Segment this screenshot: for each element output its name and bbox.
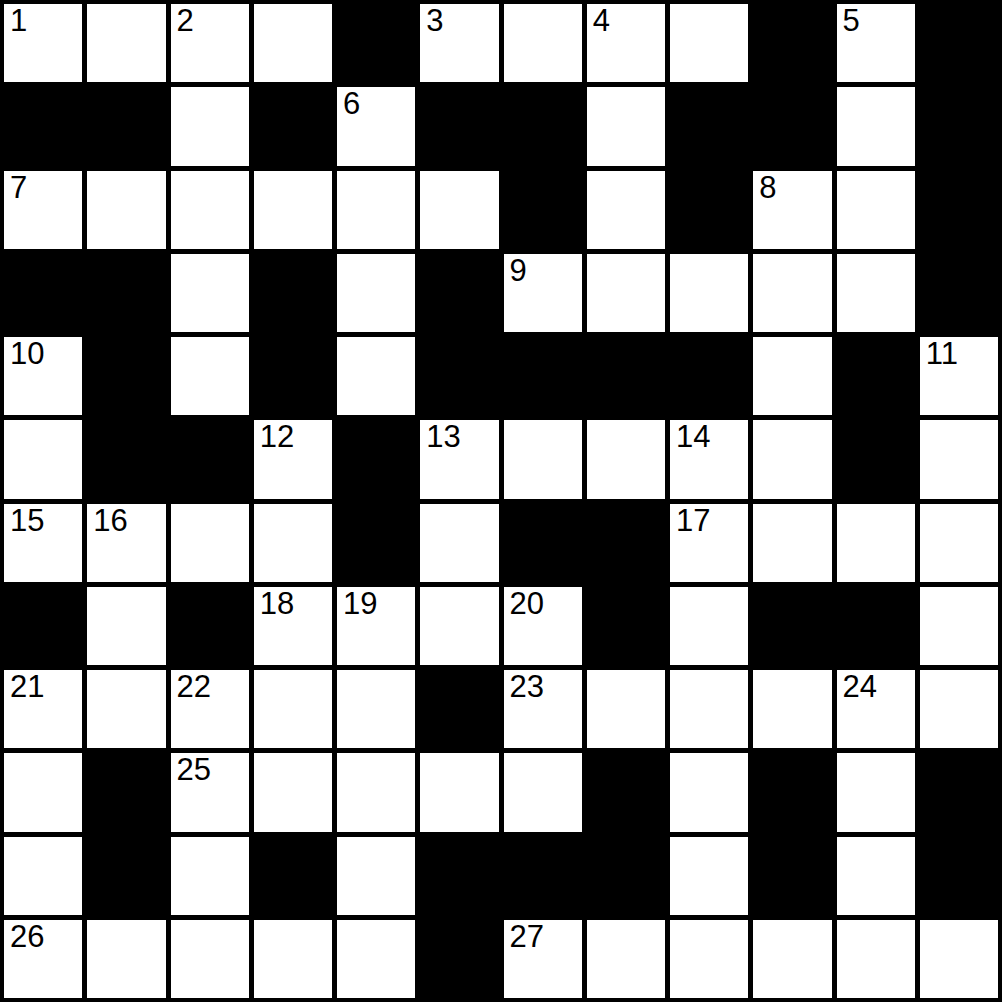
- clue-number: 15: [10, 503, 44, 539]
- black-cell: [920, 837, 998, 915]
- grid-cell[interactable]: [670, 837, 748, 915]
- grid-cell[interactable]: [254, 920, 332, 998]
- black-cell: [337, 504, 415, 582]
- black-cell: [87, 254, 165, 332]
- black-cell: [254, 254, 332, 332]
- black-cell: [420, 837, 498, 915]
- clue-number: 26: [10, 919, 44, 955]
- grid-cell[interactable]: [4, 753, 82, 831]
- grid-cell[interactable]: [420, 587, 498, 665]
- grid-cell[interactable]: 8: [753, 171, 831, 249]
- grid-cell[interactable]: [920, 920, 998, 998]
- black-cell: [837, 420, 915, 498]
- black-cell: [87, 337, 165, 415]
- grid-cell[interactable]: [670, 920, 748, 998]
- grid-cell[interactable]: [587, 420, 665, 498]
- grid-cell[interactable]: [837, 87, 915, 165]
- grid-cell[interactable]: [837, 920, 915, 998]
- grid-cell[interactable]: [254, 4, 332, 82]
- black-cell: [920, 87, 998, 165]
- grid-cell[interactable]: [420, 171, 498, 249]
- clue-number: 22: [177, 669, 211, 705]
- grid-cell[interactable]: [504, 4, 582, 82]
- grid-cell[interactable]: [337, 254, 415, 332]
- grid-cell[interactable]: [87, 670, 165, 748]
- grid-cell[interactable]: [920, 420, 998, 498]
- clue-number: 16: [93, 503, 127, 539]
- black-cell: [504, 337, 582, 415]
- grid-cell[interactable]: [753, 504, 831, 582]
- grid-cell[interactable]: [420, 504, 498, 582]
- black-cell: [587, 837, 665, 915]
- clue-number: 6: [343, 86, 360, 122]
- grid-cell[interactable]: 21: [4, 670, 82, 748]
- grid-cell[interactable]: [753, 420, 831, 498]
- grid-cell[interactable]: [171, 837, 249, 915]
- black-cell: [504, 837, 582, 915]
- black-cell: [837, 587, 915, 665]
- grid-cell[interactable]: [4, 837, 82, 915]
- grid-cell[interactable]: 15: [4, 504, 82, 582]
- black-cell: [587, 753, 665, 831]
- black-cell: [920, 171, 998, 249]
- grid-cell[interactable]: 20: [504, 587, 582, 665]
- clue-number: 21: [10, 669, 44, 705]
- clue-number: 20: [510, 586, 544, 622]
- grid-cell[interactable]: 3: [420, 4, 498, 82]
- black-cell: [420, 670, 498, 748]
- grid-cell[interactable]: [753, 337, 831, 415]
- grid-cell[interactable]: [753, 254, 831, 332]
- clue-number: 9: [510, 253, 527, 289]
- grid-cell[interactable]: [254, 504, 332, 582]
- grid-cell[interactable]: [920, 587, 998, 665]
- grid-cell[interactable]: [337, 753, 415, 831]
- grid-cell[interactable]: 1: [4, 4, 82, 82]
- grid-cell[interactable]: 24: [837, 670, 915, 748]
- clue-number: 14: [676, 419, 710, 455]
- grid-cell[interactable]: 13: [420, 420, 498, 498]
- grid-cell[interactable]: [171, 920, 249, 998]
- grid-cell[interactable]: 4: [587, 4, 665, 82]
- grid-cell[interactable]: [670, 753, 748, 831]
- black-cell: [837, 337, 915, 415]
- black-cell: [504, 504, 582, 582]
- black-cell: [4, 87, 82, 165]
- grid-cell[interactable]: 10: [4, 337, 82, 415]
- black-cell: [420, 920, 498, 998]
- grid-cell[interactable]: [254, 670, 332, 748]
- grid-cell[interactable]: 14: [670, 420, 748, 498]
- black-cell: [254, 337, 332, 415]
- black-cell: [87, 753, 165, 831]
- black-cell: [753, 4, 831, 82]
- grid-cell[interactable]: 9: [504, 254, 582, 332]
- grid-cell[interactable]: [504, 420, 582, 498]
- grid-cell[interactable]: [670, 587, 748, 665]
- grid-cell[interactable]: 5: [837, 4, 915, 82]
- grid-cell[interactable]: [920, 504, 998, 582]
- grid-cell[interactable]: 26: [4, 920, 82, 998]
- clue-number: 10: [10, 336, 44, 372]
- black-cell: [504, 171, 582, 249]
- black-cell: [4, 587, 82, 665]
- clue-number: 23: [510, 669, 544, 705]
- grid-cell[interactable]: [837, 254, 915, 332]
- grid-cell[interactable]: [171, 337, 249, 415]
- black-cell: [87, 87, 165, 165]
- grid-cell[interactable]: [587, 87, 665, 165]
- grid-cell[interactable]: 16: [87, 504, 165, 582]
- grid-cell[interactable]: [337, 337, 415, 415]
- black-cell: [254, 837, 332, 915]
- grid-cell[interactable]: 17: [670, 504, 748, 582]
- grid-cell[interactable]: [837, 504, 915, 582]
- grid-cell[interactable]: [837, 171, 915, 249]
- grid-cell[interactable]: [837, 753, 915, 831]
- clue-number: 11: [926, 336, 958, 372]
- black-cell: [753, 753, 831, 831]
- grid-cell[interactable]: [670, 4, 748, 82]
- grid-cell[interactable]: 27: [504, 920, 582, 998]
- black-cell: [87, 837, 165, 915]
- black-cell: [587, 337, 665, 415]
- black-cell: [171, 587, 249, 665]
- black-cell: [504, 87, 582, 165]
- black-cell: [920, 753, 998, 831]
- grid-cell[interactable]: [87, 920, 165, 998]
- grid-cell[interactable]: [337, 670, 415, 748]
- clue-number: 4: [593, 3, 610, 39]
- grid-cell[interactable]: [171, 254, 249, 332]
- grid-cell[interactable]: [337, 837, 415, 915]
- grid-cell[interactable]: [254, 753, 332, 831]
- black-cell: [920, 254, 998, 332]
- black-cell: [4, 254, 82, 332]
- clue-number: 13: [426, 419, 460, 455]
- grid-cell[interactable]: [254, 171, 332, 249]
- grid-cell[interactable]: [670, 670, 748, 748]
- clue-number: 24: [843, 669, 877, 705]
- grid-cell[interactable]: 22: [171, 670, 249, 748]
- grid-cell[interactable]: [87, 587, 165, 665]
- grid-cell[interactable]: 12: [254, 420, 332, 498]
- grid-cell[interactable]: 18: [254, 587, 332, 665]
- grid-cell[interactable]: [171, 504, 249, 582]
- clue-number: 25: [177, 752, 211, 788]
- black-cell: [753, 587, 831, 665]
- black-cell: [254, 87, 332, 165]
- clue-number: 17: [676, 503, 710, 539]
- grid-cell[interactable]: [587, 670, 665, 748]
- grid-cell[interactable]: [753, 670, 831, 748]
- black-cell: [337, 4, 415, 82]
- black-cell: [87, 420, 165, 498]
- grid-cell[interactable]: [171, 87, 249, 165]
- black-cell: [753, 837, 831, 915]
- crossword-board: 1234567891011121314151617181920212223242…: [0, 0, 1002, 1002]
- grid-cell[interactable]: 7: [4, 171, 82, 249]
- black-cell: [587, 587, 665, 665]
- grid-cell[interactable]: [171, 171, 249, 249]
- clue-number: 27: [510, 919, 544, 955]
- grid-cell[interactable]: [753, 920, 831, 998]
- grid-cell[interactable]: [337, 171, 415, 249]
- clue-number: 1: [10, 3, 27, 39]
- grid-cell[interactable]: [920, 670, 998, 748]
- grid-cell[interactable]: [670, 254, 748, 332]
- grid-cell[interactable]: [4, 420, 82, 498]
- grid-cell[interactable]: [420, 753, 498, 831]
- black-cell: [753, 87, 831, 165]
- clue-number: 19: [343, 586, 377, 622]
- clue-number: 7: [10, 170, 27, 206]
- grid-cell[interactable]: 2: [171, 4, 249, 82]
- grid-cell[interactable]: 6: [337, 87, 415, 165]
- clue-number: 3: [426, 3, 443, 39]
- grid-cell[interactable]: [337, 920, 415, 998]
- grid-cell[interactable]: [87, 4, 165, 82]
- grid-cell[interactable]: [504, 753, 582, 831]
- clue-number: 18: [260, 586, 294, 622]
- black-cell: [587, 504, 665, 582]
- black-cell: [420, 254, 498, 332]
- black-cell: [670, 87, 748, 165]
- clue-number: 5: [843, 3, 860, 39]
- black-cell: [920, 4, 998, 82]
- clue-number: 8: [759, 170, 776, 206]
- grid-cell[interactable]: [587, 254, 665, 332]
- black-cell: [420, 87, 498, 165]
- clue-number: 12: [260, 419, 294, 455]
- grid-cell[interactable]: [837, 837, 915, 915]
- black-cell: [670, 337, 748, 415]
- black-cell: [171, 420, 249, 498]
- grid-cell[interactable]: 23: [504, 670, 582, 748]
- black-cell: [337, 420, 415, 498]
- black-cell: [670, 171, 748, 249]
- grid-cell[interactable]: 25: [171, 753, 249, 831]
- clue-number: 2: [177, 3, 194, 39]
- grid-cell[interactable]: 11: [920, 337, 998, 415]
- grid-cell[interactable]: [87, 171, 165, 249]
- grid-cell[interactable]: 19: [337, 587, 415, 665]
- grid-cell[interactable]: [587, 920, 665, 998]
- black-cell: [420, 337, 498, 415]
- grid-cell[interactable]: [587, 171, 665, 249]
